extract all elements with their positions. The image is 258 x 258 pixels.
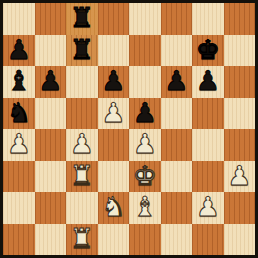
square-h4[interactable]	[224, 129, 256, 161]
square-g7[interactable]: ♚	[192, 35, 224, 67]
square-e6[interactable]	[129, 66, 161, 98]
square-g1[interactable]	[192, 224, 224, 256]
square-d6[interactable]: ♟	[98, 66, 130, 98]
square-c3[interactable]: ♜	[66, 161, 98, 193]
square-f3[interactable]	[161, 161, 193, 193]
square-e3[interactable]: ♚	[129, 161, 161, 193]
square-b3[interactable]	[35, 161, 67, 193]
piece-black-pawn-a7[interactable]: ♟	[7, 35, 31, 66]
square-c6[interactable]	[66, 66, 98, 98]
square-h2[interactable]	[224, 192, 256, 224]
piece-white-king-e3[interactable]: ♚	[133, 161, 157, 192]
piece-black-rook-c8[interactable]: ♜	[70, 3, 94, 34]
square-d8[interactable]	[98, 3, 130, 35]
square-b4[interactable]	[35, 129, 67, 161]
square-a4[interactable]: ♟	[3, 129, 35, 161]
piece-white-rook-c3[interactable]: ♜	[70, 161, 94, 192]
square-h7[interactable]	[224, 35, 256, 67]
square-e5[interactable]: ♟	[129, 98, 161, 130]
piece-white-pawn-a4[interactable]: ♟	[7, 129, 31, 160]
square-a6[interactable]: ♝	[3, 66, 35, 98]
square-d4[interactable]	[98, 129, 130, 161]
square-d7[interactable]	[98, 35, 130, 67]
square-b2[interactable]	[35, 192, 67, 224]
square-g6[interactable]: ♟	[192, 66, 224, 98]
square-e2[interactable]: ♝	[129, 192, 161, 224]
piece-white-pawn-e4[interactable]: ♟	[133, 129, 157, 160]
square-f8[interactable]	[161, 3, 193, 35]
piece-white-bishop-e2[interactable]: ♝	[133, 192, 157, 223]
square-g2[interactable]: ♟	[192, 192, 224, 224]
square-a2[interactable]	[3, 192, 35, 224]
square-c7[interactable]: ♜	[66, 35, 98, 67]
square-f2[interactable]	[161, 192, 193, 224]
piece-black-pawn-b6[interactable]: ♟	[38, 66, 62, 97]
piece-white-pawn-h3[interactable]: ♟	[227, 161, 251, 192]
chess-board-frame: ♜♟♜♚♝♟♟♟♟♞♟♟♟♟♟♜♚♟♞♝♟♜	[0, 0, 258, 258]
square-f4[interactable]	[161, 129, 193, 161]
square-h1[interactable]	[224, 224, 256, 256]
square-a3[interactable]	[3, 161, 35, 193]
square-g5[interactable]	[192, 98, 224, 130]
square-c1[interactable]: ♜	[66, 224, 98, 256]
square-f1[interactable]	[161, 224, 193, 256]
piece-black-rook-c7[interactable]: ♜	[70, 35, 94, 66]
square-g8[interactable]	[192, 3, 224, 35]
square-d1[interactable]	[98, 224, 130, 256]
square-h5[interactable]	[224, 98, 256, 130]
square-b7[interactable]	[35, 35, 67, 67]
square-b1[interactable]	[35, 224, 67, 256]
square-a1[interactable]	[3, 224, 35, 256]
square-a7[interactable]: ♟	[3, 35, 35, 67]
square-g4[interactable]	[192, 129, 224, 161]
square-a8[interactable]	[3, 3, 35, 35]
square-h8[interactable]	[224, 3, 256, 35]
square-e4[interactable]: ♟	[129, 129, 161, 161]
square-d2[interactable]: ♞	[98, 192, 130, 224]
piece-black-pawn-e5[interactable]: ♟	[133, 98, 157, 129]
piece-black-pawn-g6[interactable]: ♟	[196, 66, 220, 97]
piece-white-pawn-g2[interactable]: ♟	[196, 192, 220, 223]
square-f7[interactable]	[161, 35, 193, 67]
piece-black-bishop-a6[interactable]: ♝	[7, 66, 31, 97]
square-e7[interactable]	[129, 35, 161, 67]
piece-black-pawn-d6[interactable]: ♟	[101, 66, 125, 97]
piece-black-king-g7[interactable]: ♚	[196, 35, 220, 66]
piece-white-rook-c1[interactable]: ♜	[70, 224, 94, 255]
square-b5[interactable]	[35, 98, 67, 130]
square-a5[interactable]: ♞	[3, 98, 35, 130]
piece-black-knight-a5[interactable]: ♞	[7, 98, 31, 129]
chess-board: ♜♟♜♚♝♟♟♟♟♞♟♟♟♟♟♜♚♟♞♝♟♜	[3, 3, 255, 255]
square-c4[interactable]: ♟	[66, 129, 98, 161]
square-h6[interactable]	[224, 66, 256, 98]
piece-black-pawn-f6[interactable]: ♟	[164, 66, 188, 97]
piece-white-pawn-d5[interactable]: ♟	[101, 98, 125, 129]
square-b6[interactable]: ♟	[35, 66, 67, 98]
square-c2[interactable]	[66, 192, 98, 224]
square-d5[interactable]: ♟	[98, 98, 130, 130]
square-c8[interactable]: ♜	[66, 3, 98, 35]
square-f6[interactable]: ♟	[161, 66, 193, 98]
square-b8[interactable]	[35, 3, 67, 35]
piece-white-pawn-c4[interactable]: ♟	[70, 129, 94, 160]
square-c5[interactable]	[66, 98, 98, 130]
square-h3[interactable]: ♟	[224, 161, 256, 193]
piece-white-knight-d2[interactable]: ♞	[101, 192, 125, 223]
square-f5[interactable]	[161, 98, 193, 130]
square-e8[interactable]	[129, 3, 161, 35]
square-g3[interactable]	[192, 161, 224, 193]
square-e1[interactable]	[129, 224, 161, 256]
square-d3[interactable]	[98, 161, 130, 193]
